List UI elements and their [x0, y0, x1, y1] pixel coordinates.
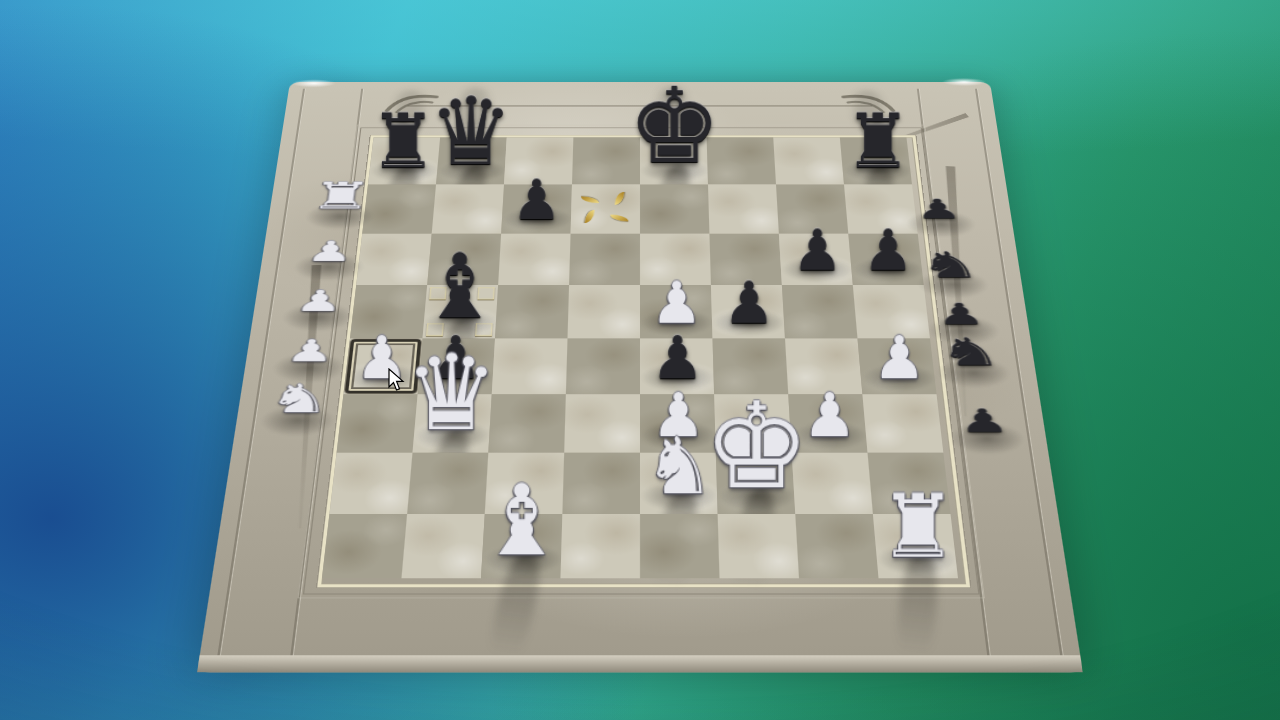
square-g5[interactable]	[782, 285, 858, 338]
square-b2[interactable]	[407, 453, 488, 514]
piece-black-rook-h8[interactable]: ♜	[844, 104, 911, 179]
piece-black-pawn-c7[interactable]: ♟	[511, 172, 561, 227]
square-d6[interactable]	[569, 234, 640, 285]
square-g6[interactable]: ♟	[779, 234, 853, 285]
square-c1[interactable]: ♝	[481, 514, 562, 578]
square-b3[interactable]: ♛	[412, 394, 491, 452]
square-h6[interactable]: ♟	[848, 234, 923, 285]
chess-titans-screen: ♜♛♚♜♟♟♟♝♟♟♟♟♟♟♛♟♟♞♚♝♜ ♜♟♟♟♞ ♟♞♟♞♟	[0, 0, 1280, 720]
piece-black-queen-b8[interactable]: ♛	[428, 85, 512, 179]
square-d4[interactable]	[566, 338, 640, 394]
square-d2[interactable]	[562, 453, 640, 514]
right-rail-groove-outer	[975, 89, 1064, 662]
piece-white-king-f2[interactable]: ♚	[703, 387, 810, 506]
square-h3[interactable]	[862, 394, 943, 452]
piece-white-rook-h1[interactable]: ♜	[878, 482, 957, 570]
piece-black-bishop-b5[interactable]: ♝	[419, 243, 499, 332]
square-h1[interactable]: ♜	[873, 514, 958, 578]
square-c6[interactable]	[498, 234, 570, 285]
stone-table: ♜♛♚♜♟♟♟♝♟♟♟♟♟♟♛♟♟♞♚♝♜ ♜♟♟♟♞ ♟♞♟♞♟	[197, 82, 1083, 672]
square-d1[interactable]	[560, 514, 640, 578]
table-front-edge	[197, 655, 1083, 672]
square-e8[interactable]: ♚	[640, 137, 708, 184]
left-rail-groove-outer	[216, 89, 305, 662]
sheen-highlight-left	[291, 79, 336, 87]
piece-black-pawn-h6[interactable]: ♟	[862, 222, 913, 279]
board-scene: ♜♛♚♜♟♟♟♝♟♟♟♟♟♟♛♟♟♞♚♝♜ ♜♟♟♟♞ ♟♞♟♞♟	[0, 0, 1280, 720]
square-f5[interactable]: ♟	[711, 285, 785, 338]
square-c3[interactable]	[488, 394, 566, 452]
piece-white-queen-b3[interactable]: ♛	[404, 341, 498, 446]
square-a7[interactable]	[362, 185, 436, 234]
piece-black-pawn-e4[interactable]: ♟	[650, 328, 703, 387]
square-f7[interactable]	[708, 185, 779, 234]
square-d3[interactable]	[564, 394, 640, 452]
square-b1[interactable]	[401, 514, 484, 578]
piece-black-pawn-g6[interactable]: ♟	[791, 222, 842, 279]
piece-black-pawn-f5[interactable]: ♟	[723, 274, 775, 332]
sheen-highlight-right	[941, 78, 986, 86]
chess-board: ♜♛♚♜♟♟♟♝♟♟♟♟♟♟♛♟♟♞♚♝♜	[322, 137, 958, 578]
square-b7[interactable]	[432, 185, 504, 234]
square-a1[interactable]	[322, 514, 407, 578]
square-e7[interactable]	[640, 185, 709, 234]
piece-white-pawn-h4[interactable]: ♟	[872, 328, 925, 387]
board-frame: ♜♛♚♜♟♟♟♝♟♟♟♟♟♟♛♟♟♞♚♝♜	[317, 135, 970, 587]
square-b8[interactable]: ♛	[436, 137, 507, 184]
move-origin-arrows	[571, 185, 640, 234]
piece-black-rook-a8[interactable]: ♜	[369, 104, 436, 179]
square-c7[interactable]: ♟	[501, 185, 572, 234]
square-g1[interactable]	[795, 514, 878, 578]
mouse-cursor	[388, 368, 405, 392]
square-h4[interactable]: ♟	[857, 338, 936, 394]
square-d7[interactable]	[571, 185, 640, 234]
square-f1[interactable]	[718, 514, 799, 578]
square-a2[interactable]	[329, 453, 412, 514]
square-g8[interactable]	[773, 137, 844, 184]
square-c4[interactable]	[492, 338, 568, 394]
square-e1[interactable]	[640, 514, 720, 578]
square-h8[interactable]: ♜	[840, 137, 912, 184]
piece-black-king-e8[interactable]: ♚	[627, 74, 721, 178]
square-f2[interactable]: ♚	[716, 453, 795, 514]
square-d5[interactable]	[568, 285, 640, 338]
piece-white-bishop-c1[interactable]: ♝	[477, 473, 564, 571]
square-c5[interactable]	[495, 285, 569, 338]
